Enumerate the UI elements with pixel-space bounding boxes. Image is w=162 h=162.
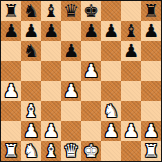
square-a7[interactable]: ♟ [1, 21, 21, 41]
square-d8[interactable]: ♛ [61, 1, 81, 21]
white-pawn[interactable]: ♟ [3, 81, 19, 101]
black-king[interactable]: ♚ [83, 1, 99, 21]
square-b2[interactable]: ♟ [21, 121, 41, 141]
square-f2[interactable]: ♟ [101, 121, 121, 141]
square-g6[interactable]: ♟ [121, 41, 141, 61]
white-pawn[interactable]: ♟ [23, 121, 39, 141]
square-h8[interactable]: ♜ [141, 1, 161, 21]
white-pawn[interactable]: ♟ [43, 121, 59, 141]
square-h4[interactable] [141, 81, 161, 101]
white-pawn[interactable]: ♟ [63, 81, 79, 101]
square-a6[interactable] [1, 41, 21, 61]
square-c3[interactable] [41, 101, 61, 121]
black-pawn[interactable]: ♟ [123, 41, 139, 61]
white-pawn[interactable]: ♟ [123, 121, 139, 141]
square-g3[interactable] [121, 101, 141, 121]
black-knight[interactable]: ♞ [23, 1, 39, 21]
square-a4[interactable]: ♟ [1, 81, 21, 101]
square-g8[interactable] [121, 1, 141, 21]
square-c8[interactable]: ♝ [41, 1, 61, 21]
square-c4[interactable] [41, 81, 61, 101]
black-knight[interactable]: ♞ [23, 41, 39, 61]
square-h2[interactable]: ♟ [141, 121, 161, 141]
square-h6[interactable] [141, 41, 161, 61]
square-e1[interactable]: ♚ [81, 141, 101, 161]
square-d7[interactable] [61, 21, 81, 41]
square-f4[interactable] [101, 81, 121, 101]
square-b7[interactable]: ♟ [21, 21, 41, 41]
square-c5[interactable] [41, 61, 61, 81]
square-g7[interactable]: ♝ [121, 21, 141, 41]
square-c2[interactable]: ♟ [41, 121, 61, 141]
square-f3[interactable]: ♞ [101, 101, 121, 121]
white-pawn[interactable]: ♟ [103, 121, 119, 141]
square-f6[interactable] [101, 41, 121, 61]
square-e7[interactable]: ♟ [81, 21, 101, 41]
square-d3[interactable] [61, 101, 81, 121]
white-pawn[interactable]: ♟ [83, 61, 99, 81]
square-f8[interactable] [101, 1, 121, 21]
square-h5[interactable] [141, 61, 161, 81]
black-rook[interactable]: ♜ [143, 1, 159, 21]
square-h3[interactable] [141, 101, 161, 121]
square-e6[interactable] [81, 41, 101, 61]
square-b5[interactable] [21, 61, 41, 81]
white-bishop[interactable]: ♝ [23, 101, 39, 121]
square-b3[interactable]: ♝ [21, 101, 41, 121]
black-pawn[interactable]: ♟ [103, 21, 119, 41]
black-queen[interactable]: ♛ [63, 1, 79, 21]
square-d1[interactable]: ♛ [61, 141, 81, 161]
square-g5[interactable] [121, 61, 141, 81]
square-a3[interactable] [1, 101, 21, 121]
square-f7[interactable]: ♟ [101, 21, 121, 41]
square-e5[interactable]: ♟ [81, 61, 101, 81]
square-e3[interactable] [81, 101, 101, 121]
white-knight[interactable]: ♞ [23, 141, 39, 161]
square-f5[interactable] [101, 61, 121, 81]
square-a5[interactable] [1, 61, 21, 81]
black-pawn[interactable]: ♟ [63, 41, 79, 61]
square-e2[interactable] [81, 121, 101, 141]
square-c7[interactable]: ♟ [41, 21, 61, 41]
white-rook[interactable]: ♜ [3, 141, 19, 161]
white-queen[interactable]: ♛ [63, 141, 79, 161]
square-a1[interactable]: ♜ [1, 141, 21, 161]
square-d4[interactable]: ♟ [61, 81, 81, 101]
white-rook[interactable]: ♜ [143, 141, 159, 161]
square-b4[interactable] [21, 81, 41, 101]
white-knight[interactable]: ♞ [103, 101, 119, 121]
chess-board: ♜♞♝♛♚♜♟♟♟♟♟♝♟♞♟♟♟♟♟♝♞♟♟♟♟♟♜♞♝♛♚♜ [0, 0, 162, 162]
square-a8[interactable]: ♜ [1, 1, 21, 21]
square-a2[interactable] [1, 121, 21, 141]
square-e8[interactable]: ♚ [81, 1, 101, 21]
square-f1[interactable] [101, 141, 121, 161]
square-d2[interactable] [61, 121, 81, 141]
square-e4[interactable] [81, 81, 101, 101]
black-bishop[interactable]: ♝ [43, 1, 59, 21]
square-g2[interactable]: ♟ [121, 121, 141, 141]
square-g4[interactable] [121, 81, 141, 101]
square-d6[interactable]: ♟ [61, 41, 81, 61]
square-c6[interactable] [41, 41, 61, 61]
square-h7[interactable]: ♟ [141, 21, 161, 41]
square-d5[interactable] [61, 61, 81, 81]
square-c1[interactable]: ♝ [41, 141, 61, 161]
black-bishop[interactable]: ♝ [123, 21, 139, 41]
square-h1[interactable]: ♜ [141, 141, 161, 161]
black-pawn[interactable]: ♟ [83, 21, 99, 41]
black-rook[interactable]: ♜ [3, 1, 19, 21]
square-b1[interactable]: ♞ [21, 141, 41, 161]
black-pawn[interactable]: ♟ [143, 21, 159, 41]
square-b8[interactable]: ♞ [21, 1, 41, 21]
square-g1[interactable] [121, 141, 141, 161]
black-pawn[interactable]: ♟ [23, 21, 39, 41]
square-b6[interactable]: ♞ [21, 41, 41, 61]
white-bishop[interactable]: ♝ [43, 141, 59, 161]
black-pawn[interactable]: ♟ [43, 21, 59, 41]
white-king[interactable]: ♚ [83, 141, 99, 161]
black-pawn[interactable]: ♟ [3, 21, 19, 41]
white-pawn[interactable]: ♟ [143, 121, 159, 141]
